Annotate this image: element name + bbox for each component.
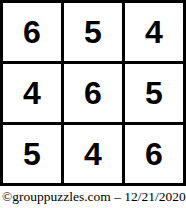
puzzle-page: 6 5 4 4 6 5 5 4 6 ©grouppuzzles.com – 12… bbox=[0, 0, 186, 208]
cell-r2c2[interactable]: 6 bbox=[64, 64, 122, 122]
cell-r1c1[interactable]: 6 bbox=[3, 3, 61, 61]
cell-r3c3[interactable]: 6 bbox=[125, 125, 183, 183]
cell-r3c2[interactable]: 4 bbox=[64, 125, 122, 183]
cell-r1c3[interactable]: 4 bbox=[125, 3, 183, 61]
cell-r1c2[interactable]: 5 bbox=[64, 3, 122, 61]
footer: ©grouppuzzles.com – 12/21/2020 bbox=[0, 186, 186, 208]
copyright-credit: ©grouppuzzles.com – 12/21/2020 bbox=[2, 189, 186, 205]
cell-r3c1[interactable]: 5 bbox=[3, 125, 61, 183]
cell-r2c1[interactable]: 4 bbox=[3, 64, 61, 122]
cell-r2c3[interactable]: 5 bbox=[125, 64, 183, 122]
puzzle-grid-3x3: 6 5 4 4 6 5 5 4 6 bbox=[0, 0, 186, 186]
